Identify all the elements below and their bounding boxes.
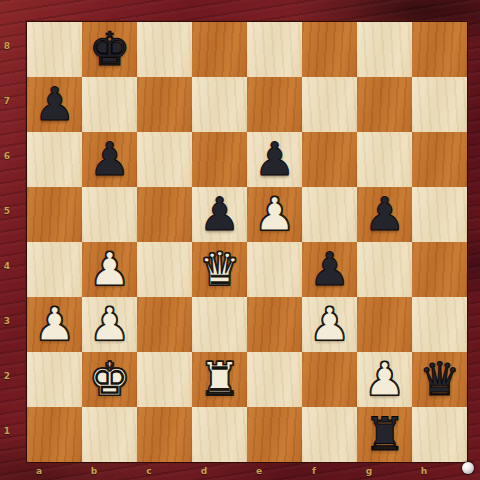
black-queen[interactable]: ♛: [419, 356, 460, 402]
square-e5[interactable]: ♟: [247, 187, 302, 242]
white-pawn[interactable]: ♟: [89, 301, 130, 347]
black-rook[interactable]: ♜: [364, 411, 405, 457]
square-b3[interactable]: ♟: [82, 297, 137, 352]
white-queen[interactable]: ♛: [199, 246, 240, 292]
square-h1[interactable]: [412, 407, 467, 462]
square-g6[interactable]: [357, 132, 412, 187]
file-label-a: a: [33, 466, 45, 476]
square-a8[interactable]: [27, 22, 82, 77]
square-c7[interactable]: [137, 77, 192, 132]
file-label-b: b: [88, 466, 100, 476]
file-label-c: c: [143, 466, 155, 476]
square-f7[interactable]: [302, 77, 357, 132]
square-g1[interactable]: ♜: [357, 407, 412, 462]
file-label-g: g: [363, 466, 375, 476]
file-label-f: f: [308, 466, 320, 476]
square-c2[interactable]: [137, 352, 192, 407]
square-f8[interactable]: [302, 22, 357, 77]
square-f3[interactable]: ♟: [302, 297, 357, 352]
black-pawn[interactable]: ♟: [89, 136, 130, 182]
rank-label-5: 5: [1, 206, 13, 216]
rank-label-6: 6: [1, 151, 13, 161]
white-king[interactable]: ♚: [89, 356, 130, 402]
square-f2[interactable]: [302, 352, 357, 407]
square-e2[interactable]: [247, 352, 302, 407]
square-a3[interactable]: ♟: [27, 297, 82, 352]
square-f1[interactable]: [302, 407, 357, 462]
chess-board: ♚♟♟♟♟♟♟♟♛♟♟♟♟♚♜♟♛♜: [27, 22, 467, 462]
file-label-h: h: [418, 466, 430, 476]
rank-label-8: 8: [1, 41, 13, 51]
square-g5[interactable]: ♟: [357, 187, 412, 242]
white-pawn[interactable]: ♟: [89, 246, 130, 292]
board-frame: ♚♟♟♟♟♟♟♟♛♟♟♟♟♚♜♟♛♜ 87654321abcdefgh: [0, 0, 480, 480]
white-pawn[interactable]: ♟: [364, 356, 405, 402]
square-d5[interactable]: ♟: [192, 187, 247, 242]
black-pawn[interactable]: ♟: [199, 191, 240, 237]
black-pawn[interactable]: ♟: [364, 191, 405, 237]
square-e8[interactable]: [247, 22, 302, 77]
square-b5[interactable]: [82, 187, 137, 242]
rank-label-7: 7: [1, 96, 13, 106]
rank-label-3: 3: [1, 316, 13, 326]
square-c3[interactable]: [137, 297, 192, 352]
square-d6[interactable]: [192, 132, 247, 187]
black-pawn[interactable]: ♟: [34, 81, 75, 127]
square-a1[interactable]: [27, 407, 82, 462]
square-d7[interactable]: [192, 77, 247, 132]
square-g3[interactable]: [357, 297, 412, 352]
square-d1[interactable]: [192, 407, 247, 462]
white-to-move-indicator: [462, 462, 474, 474]
square-c8[interactable]: [137, 22, 192, 77]
square-f4[interactable]: ♟: [302, 242, 357, 297]
square-c5[interactable]: [137, 187, 192, 242]
square-h3[interactable]: [412, 297, 467, 352]
black-pawn[interactable]: ♟: [254, 136, 295, 182]
square-g4[interactable]: [357, 242, 412, 297]
square-a5[interactable]: [27, 187, 82, 242]
square-d3[interactable]: [192, 297, 247, 352]
rank-label-4: 4: [1, 261, 13, 271]
square-a6[interactable]: [27, 132, 82, 187]
rank-label-1: 1: [1, 426, 13, 436]
square-c1[interactable]: [137, 407, 192, 462]
square-b7[interactable]: [82, 77, 137, 132]
square-b2[interactable]: ♚: [82, 352, 137, 407]
white-pawn[interactable]: ♟: [254, 191, 295, 237]
square-f6[interactable]: [302, 132, 357, 187]
rank-label-2: 2: [1, 371, 13, 381]
black-king[interactable]: ♚: [89, 26, 130, 72]
square-e7[interactable]: [247, 77, 302, 132]
square-f5[interactable]: [302, 187, 357, 242]
square-a4[interactable]: [27, 242, 82, 297]
square-h7[interactable]: [412, 77, 467, 132]
square-e4[interactable]: [247, 242, 302, 297]
square-b6[interactable]: ♟: [82, 132, 137, 187]
square-g8[interactable]: [357, 22, 412, 77]
square-d2[interactable]: ♜: [192, 352, 247, 407]
square-g2[interactable]: ♟: [357, 352, 412, 407]
square-g7[interactable]: [357, 77, 412, 132]
file-label-e: e: [253, 466, 265, 476]
square-d8[interactable]: [192, 22, 247, 77]
square-a2[interactable]: [27, 352, 82, 407]
square-h6[interactable]: [412, 132, 467, 187]
square-h2[interactable]: ♛: [412, 352, 467, 407]
square-h5[interactable]: [412, 187, 467, 242]
square-e3[interactable]: [247, 297, 302, 352]
square-c4[interactable]: [137, 242, 192, 297]
square-b4[interactable]: ♟: [82, 242, 137, 297]
square-a7[interactable]: ♟: [27, 77, 82, 132]
file-label-d: d: [198, 466, 210, 476]
square-c6[interactable]: [137, 132, 192, 187]
black-pawn[interactable]: ♟: [309, 246, 350, 292]
square-h4[interactable]: [412, 242, 467, 297]
square-b8[interactable]: ♚: [82, 22, 137, 77]
square-b1[interactable]: [82, 407, 137, 462]
white-pawn[interactable]: ♟: [309, 301, 350, 347]
square-e6[interactable]: ♟: [247, 132, 302, 187]
white-pawn[interactable]: ♟: [34, 301, 75, 347]
white-rook[interactable]: ♜: [199, 356, 240, 402]
square-h8[interactable]: [412, 22, 467, 77]
square-d4[interactable]: ♛: [192, 242, 247, 297]
square-e1[interactable]: [247, 407, 302, 462]
